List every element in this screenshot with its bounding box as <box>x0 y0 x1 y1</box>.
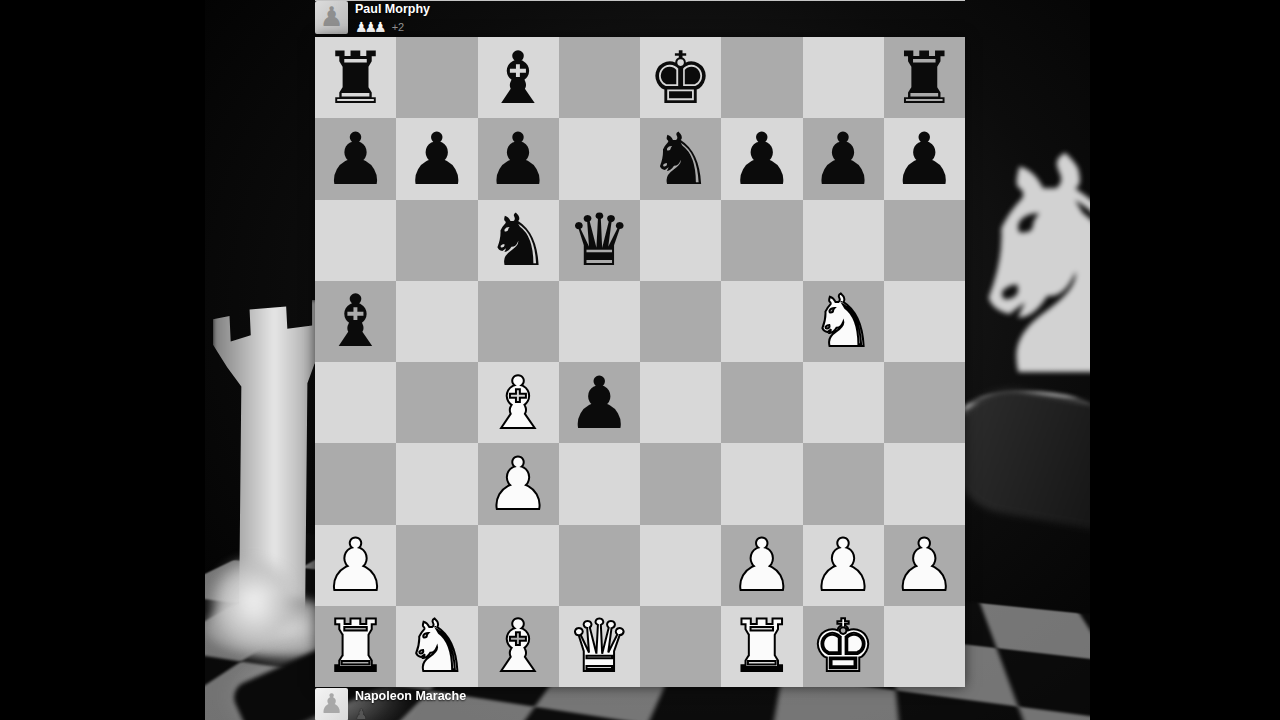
square-g3[interactable] <box>803 443 884 524</box>
square-g6[interactable] <box>803 200 884 281</box>
piece-black-pawn: ♟ <box>811 123 876 195</box>
piece-black-pawn: ♟ <box>730 123 795 195</box>
square-e2[interactable] <box>640 525 721 606</box>
square-e8[interactable]: ♚ <box>640 37 721 118</box>
background-blurred-piece <box>211 560 297 646</box>
piece-black-queen: ♛ <box>567 204 632 276</box>
avatar-pawn-icon: ♟ <box>319 4 343 31</box>
square-c7[interactable]: ♟ <box>478 118 559 199</box>
square-h2[interactable]: ♟ <box>884 525 965 606</box>
square-c4[interactable]: ♝ <box>478 362 559 443</box>
piece-black-rook: ♜ <box>323 42 388 114</box>
square-f5[interactable] <box>721 281 802 362</box>
square-g1[interactable]: ♚ <box>803 606 884 687</box>
square-f7[interactable]: ♟ <box>721 118 802 199</box>
square-c3[interactable]: ♟ <box>478 443 559 524</box>
square-g7[interactable]: ♟ <box>803 118 884 199</box>
square-h1[interactable] <box>884 606 965 687</box>
square-c1[interactable]: ♝ <box>478 606 559 687</box>
square-e7[interactable]: ♞ <box>640 118 721 199</box>
piece-white-knight: ♞ <box>405 610 470 682</box>
square-a2[interactable]: ♟ <box>315 525 396 606</box>
square-d2[interactable] <box>559 525 640 606</box>
square-a5[interactable]: ♝ <box>315 281 396 362</box>
chess-board: ♜♝♚♜♟♟♟♞♟♟♟♞♛♝♞♝♟♟♟♟♟♟♜♞♝♛♜♚ <box>315 37 965 687</box>
square-g2[interactable]: ♟ <box>803 525 884 606</box>
square-e4[interactable] <box>640 362 721 443</box>
square-f1[interactable]: ♜ <box>721 606 802 687</box>
piece-white-pawn: ♟ <box>323 529 388 601</box>
square-b3[interactable] <box>396 443 477 524</box>
square-f8[interactable] <box>721 37 802 118</box>
square-f3[interactable] <box>721 443 802 524</box>
square-e5[interactable] <box>640 281 721 362</box>
square-a3[interactable] <box>315 443 396 524</box>
square-a1[interactable]: ♜ <box>315 606 396 687</box>
square-e1[interactable] <box>640 606 721 687</box>
square-f6[interactable] <box>721 200 802 281</box>
square-e3[interactable] <box>640 443 721 524</box>
square-f2[interactable]: ♟ <box>721 525 802 606</box>
square-b5[interactable] <box>396 281 477 362</box>
piece-black-pawn: ♟ <box>323 123 388 195</box>
piece-black-pawn: ♟ <box>567 367 632 439</box>
square-g4[interactable] <box>803 362 884 443</box>
square-c6[interactable]: ♞ <box>478 200 559 281</box>
square-a8[interactable]: ♜ <box>315 37 396 118</box>
square-d6[interactable]: ♛ <box>559 200 640 281</box>
piece-white-queen: ♛ <box>567 610 632 682</box>
square-f4[interactable] <box>721 362 802 443</box>
square-h7[interactable]: ♟ <box>884 118 965 199</box>
square-d1[interactable]: ♛ <box>559 606 640 687</box>
captured-pawn-icons-bottom: ♟ <box>355 707 365 720</box>
piece-black-king: ♚ <box>648 42 713 114</box>
piece-white-knight: ♞ <box>811 285 876 357</box>
square-b8[interactable] <box>396 37 477 118</box>
player-bar-bottom: ♟ Napoleon Marache ♟ <box>315 688 965 720</box>
square-b6[interactable] <box>396 200 477 281</box>
square-c2[interactable] <box>478 525 559 606</box>
piece-white-rook: ♜ <box>730 610 795 682</box>
square-b7[interactable]: ♟ <box>396 118 477 199</box>
square-a7[interactable]: ♟ <box>315 118 396 199</box>
piece-white-pawn: ♟ <box>892 529 957 601</box>
piece-white-king: ♚ <box>811 610 876 682</box>
square-h3[interactable] <box>884 443 965 524</box>
captured-pawn-icons-top: ♟♟♟ <box>355 20 384 34</box>
piece-white-pawn: ♟ <box>811 529 876 601</box>
square-g8[interactable] <box>803 37 884 118</box>
material-advantage: +2 <box>392 21 405 33</box>
piece-white-bishop: ♝ <box>486 367 551 439</box>
piece-black-bishop: ♝ <box>323 285 388 357</box>
piece-black-pawn: ♟ <box>486 123 551 195</box>
square-c5[interactable] <box>478 281 559 362</box>
avatar-bottom[interactable]: ♟ <box>315 688 348 720</box>
piece-black-knight: ♞ <box>486 204 551 276</box>
square-c8[interactable]: ♝ <box>478 37 559 118</box>
avatar-top[interactable]: ♟ <box>315 1 348 34</box>
square-d3[interactable] <box>559 443 640 524</box>
square-a6[interactable] <box>315 200 396 281</box>
square-h6[interactable] <box>884 200 965 281</box>
piece-white-rook: ♜ <box>323 610 388 682</box>
piece-black-rook: ♜ <box>892 42 957 114</box>
square-b1[interactable]: ♞ <box>396 606 477 687</box>
square-h4[interactable] <box>884 362 965 443</box>
square-d8[interactable] <box>559 37 640 118</box>
player-name-top: Paul Morphy <box>355 2 430 17</box>
square-d4[interactable]: ♟ <box>559 362 640 443</box>
square-b2[interactable] <box>396 525 477 606</box>
captured-pieces-bottom: ♟ <box>355 706 466 720</box>
square-h8[interactable]: ♜ <box>884 37 965 118</box>
square-g5[interactable]: ♞ <box>803 281 884 362</box>
piece-white-bishop: ♝ <box>486 610 551 682</box>
captured-pieces-top: ♟♟♟ +2 <box>355 19 430 34</box>
square-a4[interactable] <box>315 362 396 443</box>
square-b4[interactable] <box>396 362 477 443</box>
square-d5[interactable] <box>559 281 640 362</box>
square-d7[interactable] <box>559 118 640 199</box>
piece-black-bishop: ♝ <box>486 42 551 114</box>
square-e6[interactable] <box>640 200 721 281</box>
player-bar-top: ♟ Paul Morphy ♟♟♟ +2 <box>315 1 965 36</box>
avatar-pawn-icon: ♟ <box>319 691 343 718</box>
piece-black-pawn: ♟ <box>405 123 470 195</box>
piece-white-pawn: ♟ <box>730 529 795 601</box>
piece-black-pawn: ♟ <box>892 123 957 195</box>
square-h5[interactable] <box>884 281 965 362</box>
player-name-bottom: Napoleon Marache <box>355 689 466 704</box>
piece-white-pawn: ♟ <box>486 448 551 520</box>
piece-black-knight: ♞ <box>648 123 713 195</box>
